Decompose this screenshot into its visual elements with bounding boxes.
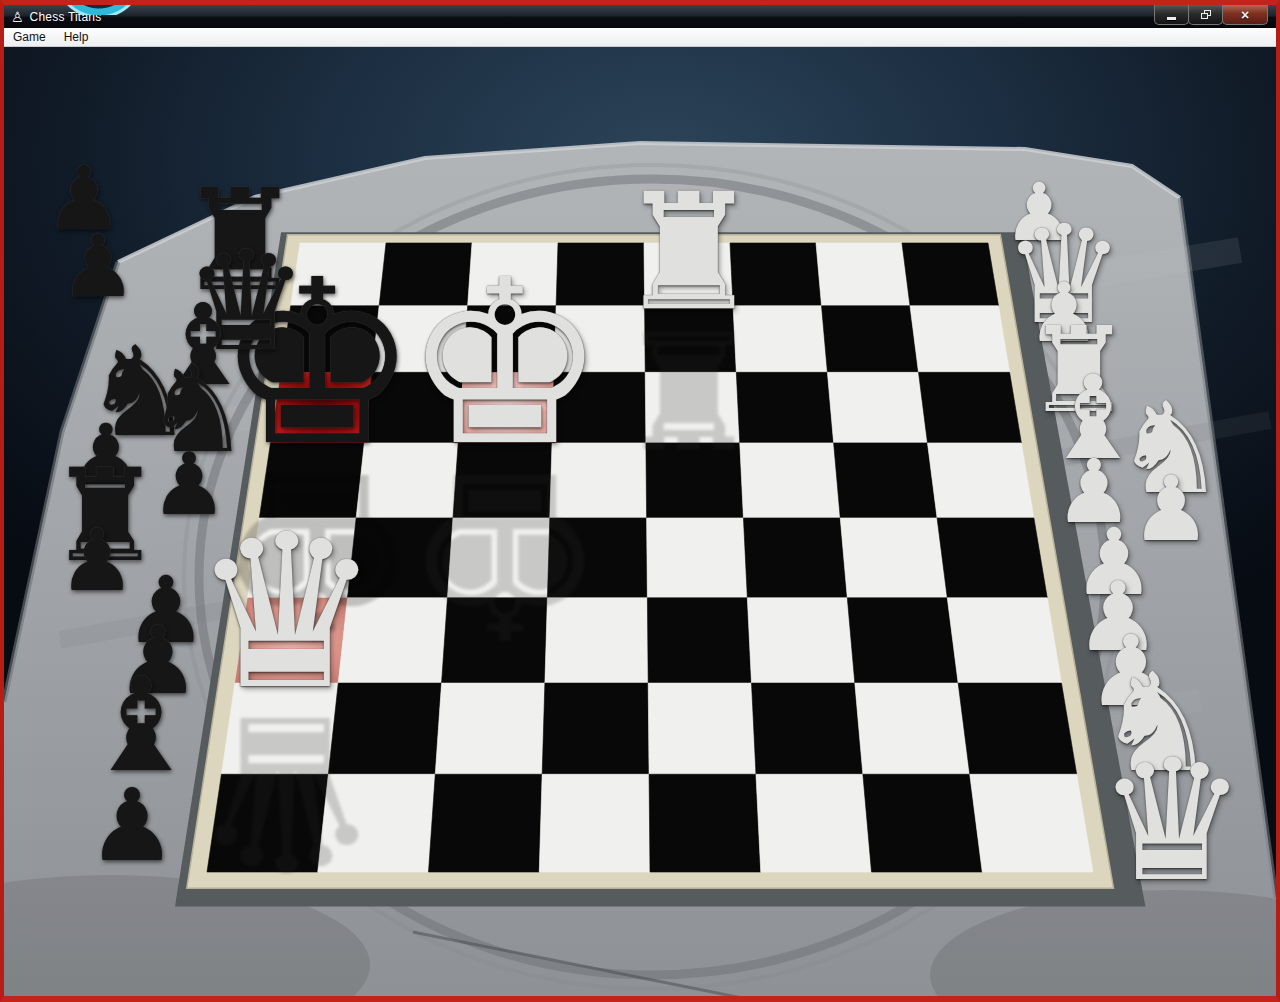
title-bar: ♙ Chess Titans × [4, 5, 1276, 28]
square-b3[interactable] [338, 598, 447, 683]
square-f7[interactable] [733, 306, 827, 373]
menu-game[interactable]: Game [4, 28, 55, 46]
chess-titans-window: ♙ Chess Titans × Game Help ♛♚♚♜♜♚♚♛♟♜♟♛♝… [0, 0, 1280, 1002]
square-b4[interactable] [347, 518, 452, 598]
square-g5[interactable] [834, 443, 937, 518]
square-a3[interactable] [235, 598, 348, 683]
square-g1[interactable] [863, 774, 982, 872]
game-scene: ♛♚♚♜♜♚♚♛♟♜♟♛♝♞♞♟♟♜♟♟♟♝♟♟♛♟♜♝♞♟♟♟♟♟♞♛ [4, 47, 1276, 996]
menu-bar: Game Help [4, 28, 1276, 47]
window-title: Chess Titans [30, 10, 102, 24]
square-d1[interactable] [539, 774, 650, 872]
menu-help[interactable]: Help [55, 28, 98, 46]
square-e4[interactable] [647, 518, 748, 598]
square-d7[interactable] [554, 306, 645, 373]
square-b8[interactable] [379, 243, 472, 306]
square-e8[interactable] [644, 243, 733, 306]
square-c4[interactable] [447, 518, 549, 598]
square-g2[interactable] [855, 683, 970, 774]
square-f6[interactable] [736, 372, 833, 443]
square-a1[interactable] [207, 774, 328, 872]
square-e6[interactable] [645, 372, 740, 443]
square-a6[interactable] [270, 372, 372, 443]
square-g4[interactable] [840, 518, 947, 598]
square-h8[interactable] [902, 243, 998, 306]
square-b6[interactable] [364, 372, 463, 443]
square-g8[interactable] [816, 243, 910, 306]
square-a4[interactable] [248, 518, 357, 598]
window-controls: × [1155, 5, 1268, 25]
app-chess-piece-icon: ♙ [11, 9, 24, 25]
square-a2[interactable] [221, 683, 338, 774]
square-b5[interactable] [356, 443, 458, 518]
square-g6[interactable] [827, 372, 927, 443]
square-e5[interactable] [646, 443, 744, 518]
square-f2[interactable] [752, 683, 863, 774]
square-d5[interactable] [550, 443, 647, 518]
square-f1[interactable] [756, 774, 872, 872]
square-e3[interactable] [647, 598, 751, 683]
square-b2[interactable] [328, 683, 441, 774]
square-c2[interactable] [435, 683, 545, 774]
close-button[interactable]: × [1222, 5, 1268, 25]
restore-button[interactable] [1188, 5, 1223, 25]
square-c1[interactable] [429, 774, 543, 872]
square-d4[interactable] [547, 518, 647, 598]
close-icon: × [1241, 8, 1249, 22]
square-h3[interactable] [947, 598, 1061, 683]
square-b1[interactable] [318, 774, 436, 872]
square-f3[interactable] [747, 598, 854, 683]
square-a7[interactable] [281, 306, 379, 373]
square-h7[interactable] [910, 306, 1010, 373]
square-h4[interactable] [937, 518, 1047, 598]
square-f5[interactable] [740, 443, 840, 518]
square-a8[interactable] [291, 243, 386, 306]
square-e2[interactable] [648, 683, 756, 774]
board-3d-view [4, 47, 1276, 996]
square-c8[interactable] [468, 243, 558, 306]
square-c5[interactable] [453, 443, 552, 518]
square-c7[interactable] [463, 306, 556, 373]
square-e7[interactable] [645, 306, 737, 373]
square-h2[interactable] [958, 683, 1077, 774]
square-d6[interactable] [552, 372, 646, 443]
restore-icon [1201, 10, 1211, 19]
minimize-button[interactable] [1154, 5, 1189, 25]
square-e1[interactable] [649, 774, 761, 872]
square-d2[interactable] [542, 683, 649, 774]
square-f8[interactable] [730, 243, 822, 306]
square-g3[interactable] [847, 598, 958, 683]
minimize-icon [1167, 17, 1176, 20]
square-g7[interactable] [822, 306, 919, 373]
square-b7[interactable] [372, 306, 468, 373]
square-c3[interactable] [442, 598, 548, 683]
square-d8[interactable] [556, 243, 644, 306]
square-h6[interactable] [919, 372, 1022, 443]
square-h1[interactable] [970, 774, 1093, 872]
square-c6[interactable] [458, 372, 554, 443]
square-h5[interactable] [928, 443, 1034, 518]
square-f4[interactable] [743, 518, 847, 598]
square-a5[interactable] [259, 443, 364, 518]
square-d3[interactable] [545, 598, 648, 683]
